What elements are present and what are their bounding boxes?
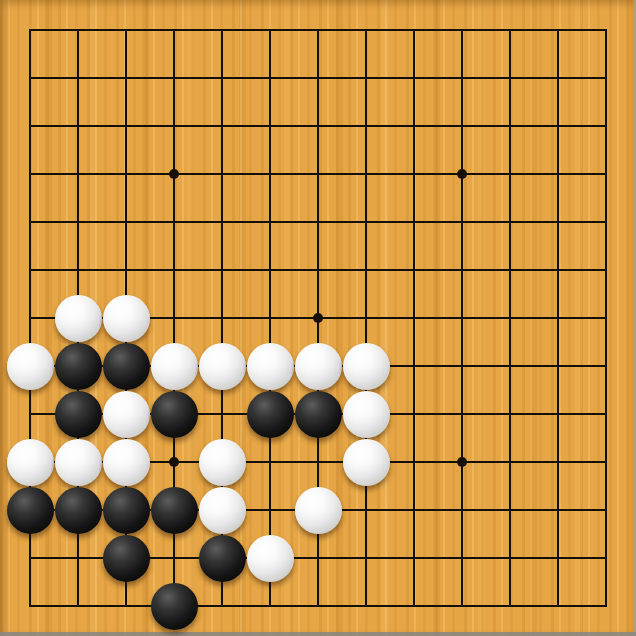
intersection[interactable]: [102, 102, 150, 150]
intersection[interactable]: [534, 582, 582, 630]
intersection[interactable]: [486, 246, 534, 294]
intersection[interactable]: [54, 534, 102, 582]
intersection[interactable]: [342, 150, 390, 198]
intersection[interactable]: [150, 150, 198, 198]
intersection[interactable]: [582, 342, 630, 390]
intersection[interactable]: [582, 102, 630, 150]
intersection[interactable]: [54, 342, 102, 390]
intersection[interactable]: [54, 390, 102, 438]
intersection[interactable]: [390, 342, 438, 390]
intersection[interactable]: [246, 54, 294, 102]
white-stone: [151, 343, 198, 390]
star-point: [457, 457, 467, 467]
intersection[interactable]: [6, 294, 54, 342]
intersection[interactable]: [198, 342, 246, 390]
intersection[interactable]: [54, 150, 102, 198]
intersection[interactable]: [102, 6, 150, 54]
intersection[interactable]: [54, 486, 102, 534]
white-stone: [103, 295, 150, 342]
intersection[interactable]: [534, 246, 582, 294]
intersection[interactable]: [150, 102, 198, 150]
intersection[interactable]: [486, 150, 534, 198]
intersection[interactable]: [390, 102, 438, 150]
intersection[interactable]: [582, 294, 630, 342]
intersection[interactable]: [246, 582, 294, 630]
white-stone: [7, 439, 54, 486]
intersection[interactable]: [246, 6, 294, 54]
intersection[interactable]: [54, 198, 102, 246]
intersection[interactable]: [438, 198, 486, 246]
intersection[interactable]: [54, 6, 102, 54]
intersection[interactable]: [246, 534, 294, 582]
intersection[interactable]: [438, 342, 486, 390]
white-stone: [103, 439, 150, 486]
intersection[interactable]: [486, 582, 534, 630]
intersection[interactable]: [342, 534, 390, 582]
star-point: [313, 313, 323, 323]
intersection[interactable]: [438, 54, 486, 102]
white-stone: [295, 487, 342, 534]
intersection[interactable]: [342, 6, 390, 54]
intersection[interactable]: [438, 102, 486, 150]
intersection[interactable]: [150, 390, 198, 438]
intersection[interactable]: [438, 150, 486, 198]
intersection[interactable]: [54, 246, 102, 294]
intersection[interactable]: [582, 438, 630, 486]
intersection[interactable]: [102, 294, 150, 342]
intersection[interactable]: [6, 198, 54, 246]
black-stone: [295, 391, 342, 438]
intersection[interactable]: [390, 6, 438, 54]
intersection[interactable]: [390, 438, 438, 486]
intersection[interactable]: [6, 582, 54, 630]
intersection[interactable]: [198, 294, 246, 342]
intersection[interactable]: [150, 438, 198, 486]
intersection[interactable]: [534, 198, 582, 246]
intersection[interactable]: [294, 246, 342, 294]
intersection[interactable]: [390, 582, 438, 630]
intersection[interactable]: [486, 342, 534, 390]
intersection[interactable]: [294, 54, 342, 102]
black-stone: [151, 487, 198, 534]
intersection[interactable]: [534, 6, 582, 54]
intersection[interactable]: [198, 54, 246, 102]
intersection[interactable]: [342, 102, 390, 150]
intersection[interactable]: [582, 6, 630, 54]
intersection[interactable]: [6, 390, 54, 438]
intersection[interactable]: [390, 246, 438, 294]
intersection[interactable]: [102, 54, 150, 102]
intersection[interactable]: [342, 486, 390, 534]
intersection[interactable]: [486, 294, 534, 342]
intersection[interactable]: [198, 438, 246, 486]
intersection[interactable]: [198, 6, 246, 54]
board-grid: [6, 6, 630, 630]
intersection[interactable]: [102, 342, 150, 390]
white-stone: [247, 343, 294, 390]
white-stone: [343, 439, 390, 486]
intersection[interactable]: [438, 438, 486, 486]
black-stone: [55, 391, 102, 438]
intersection[interactable]: [198, 198, 246, 246]
star-point: [457, 169, 467, 179]
intersection[interactable]: [6, 150, 54, 198]
intersection[interactable]: [342, 54, 390, 102]
intersection[interactable]: [102, 534, 150, 582]
intersection[interactable]: [54, 294, 102, 342]
black-stone: [199, 535, 246, 582]
black-stone: [151, 583, 198, 630]
intersection[interactable]: [582, 246, 630, 294]
intersection[interactable]: [150, 486, 198, 534]
intersection[interactable]: [342, 582, 390, 630]
intersection[interactable]: [390, 390, 438, 438]
intersection[interactable]: [102, 486, 150, 534]
black-stone: [103, 343, 150, 390]
intersection[interactable]: [102, 438, 150, 486]
intersection[interactable]: [534, 342, 582, 390]
intersection[interactable]: [6, 438, 54, 486]
intersection[interactable]: [246, 246, 294, 294]
black-stone: [103, 487, 150, 534]
intersection[interactable]: [342, 294, 390, 342]
intersection[interactable]: [54, 54, 102, 102]
intersection[interactable]: [390, 150, 438, 198]
intersection[interactable]: [150, 246, 198, 294]
intersection[interactable]: [6, 486, 54, 534]
intersection[interactable]: [438, 534, 486, 582]
intersection[interactable]: [198, 534, 246, 582]
intersection[interactable]: [342, 246, 390, 294]
intersection[interactable]: [102, 150, 150, 198]
intersection[interactable]: [438, 246, 486, 294]
intersection[interactable]: [150, 54, 198, 102]
intersection[interactable]: [54, 438, 102, 486]
intersection[interactable]: [198, 390, 246, 438]
black-stone: [7, 487, 54, 534]
intersection[interactable]: [294, 150, 342, 198]
intersection[interactable]: [102, 390, 150, 438]
intersection[interactable]: [582, 582, 630, 630]
star-point: [169, 457, 179, 467]
white-stone: [7, 343, 54, 390]
intersection[interactable]: [150, 6, 198, 54]
intersection[interactable]: [294, 486, 342, 534]
intersection[interactable]: [342, 198, 390, 246]
intersection[interactable]: [438, 486, 486, 534]
intersection[interactable]: [390, 486, 438, 534]
intersection[interactable]: [534, 102, 582, 150]
star-point: [169, 169, 179, 179]
black-stone: [247, 391, 294, 438]
intersection[interactable]: [486, 198, 534, 246]
black-stone: [151, 391, 198, 438]
intersection[interactable]: [534, 534, 582, 582]
intersection[interactable]: [246, 486, 294, 534]
intersection[interactable]: [582, 150, 630, 198]
intersection[interactable]: [6, 342, 54, 390]
black-stone: [55, 487, 102, 534]
white-stone: [247, 535, 294, 582]
intersection[interactable]: [102, 246, 150, 294]
intersection[interactable]: [486, 102, 534, 150]
white-stone: [103, 391, 150, 438]
white-stone: [199, 487, 246, 534]
black-stone: [103, 535, 150, 582]
intersection[interactable]: [486, 390, 534, 438]
intersection[interactable]: [102, 198, 150, 246]
intersection[interactable]: [246, 150, 294, 198]
intersection[interactable]: [390, 294, 438, 342]
intersection[interactable]: [246, 294, 294, 342]
intersection[interactable]: [342, 438, 390, 486]
intersection[interactable]: [150, 198, 198, 246]
intersection[interactable]: [534, 150, 582, 198]
intersection[interactable]: [294, 438, 342, 486]
intersection[interactable]: [582, 390, 630, 438]
intersection[interactable]: [438, 294, 486, 342]
black-stone: [55, 343, 102, 390]
intersection[interactable]: [6, 102, 54, 150]
intersection[interactable]: [390, 198, 438, 246]
go-board: [0, 0, 636, 636]
intersection[interactable]: [582, 198, 630, 246]
intersection[interactable]: [486, 54, 534, 102]
white-stone: [343, 391, 390, 438]
intersection[interactable]: [246, 198, 294, 246]
intersection[interactable]: [438, 6, 486, 54]
intersection[interactable]: [6, 534, 54, 582]
white-stone: [199, 439, 246, 486]
intersection[interactable]: [534, 294, 582, 342]
intersection[interactable]: [342, 342, 390, 390]
white-stone: [343, 343, 390, 390]
intersection[interactable]: [150, 294, 198, 342]
intersection[interactable]: [6, 6, 54, 54]
intersection[interactable]: [150, 342, 198, 390]
intersection[interactable]: [198, 246, 246, 294]
intersection[interactable]: [246, 438, 294, 486]
white-stone: [199, 343, 246, 390]
intersection[interactable]: [294, 6, 342, 54]
intersection[interactable]: [150, 534, 198, 582]
intersection[interactable]: [582, 534, 630, 582]
white-stone: [295, 343, 342, 390]
intersection[interactable]: [486, 486, 534, 534]
intersection[interactable]: [54, 102, 102, 150]
intersection[interactable]: [534, 438, 582, 486]
intersection[interactable]: [582, 486, 630, 534]
intersection[interactable]: [54, 582, 102, 630]
intersection[interactable]: [342, 390, 390, 438]
intersection[interactable]: [294, 534, 342, 582]
intersection[interactable]: [582, 54, 630, 102]
intersection[interactable]: [246, 102, 294, 150]
intersection[interactable]: [246, 390, 294, 438]
intersection[interactable]: [294, 390, 342, 438]
intersection[interactable]: [198, 150, 246, 198]
intersection[interactable]: [246, 342, 294, 390]
intersection[interactable]: [534, 390, 582, 438]
white-stone: [55, 439, 102, 486]
intersection[interactable]: [294, 582, 342, 630]
intersection[interactable]: [534, 54, 582, 102]
white-stone: [55, 295, 102, 342]
intersection[interactable]: [198, 486, 246, 534]
intersection[interactable]: [150, 582, 198, 630]
intersection[interactable]: [438, 582, 486, 630]
intersection[interactable]: [294, 342, 342, 390]
intersection[interactable]: [390, 54, 438, 102]
intersection[interactable]: [438, 390, 486, 438]
intersection[interactable]: [486, 438, 534, 486]
intersection[interactable]: [102, 582, 150, 630]
intersection[interactable]: [6, 246, 54, 294]
intersection[interactable]: [294, 198, 342, 246]
intersection[interactable]: [6, 54, 54, 102]
intersection[interactable]: [294, 294, 342, 342]
intersection[interactable]: [390, 534, 438, 582]
intersection[interactable]: [294, 102, 342, 150]
intersection[interactable]: [198, 102, 246, 150]
intersection[interactable]: [486, 534, 534, 582]
intersection[interactable]: [534, 486, 582, 534]
intersection[interactable]: [198, 582, 246, 630]
intersection[interactable]: [486, 6, 534, 54]
